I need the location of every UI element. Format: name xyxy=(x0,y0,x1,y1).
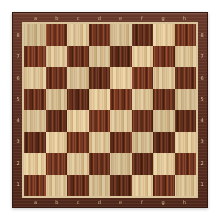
square-d1[interactable] xyxy=(89,175,111,197)
square-f7[interactable] xyxy=(132,46,154,68)
square-b1[interactable] xyxy=(46,175,68,197)
square-f3[interactable] xyxy=(132,132,154,154)
square-c8[interactable] xyxy=(67,24,89,46)
square-a2[interactable] xyxy=(24,153,46,175)
file-label: h xyxy=(174,197,195,207)
file-label: g xyxy=(153,197,174,207)
square-e4[interactable] xyxy=(110,110,132,132)
rank-label: 6 xyxy=(197,68,207,89)
rank-label: 5 xyxy=(197,89,207,110)
square-g6[interactable] xyxy=(153,67,175,89)
board-playfield xyxy=(22,22,198,198)
square-h6[interactable] xyxy=(175,67,197,89)
square-d2[interactable] xyxy=(89,153,111,175)
square-b6[interactable] xyxy=(46,67,68,89)
file-labels-bottom: abcdefgh xyxy=(25,197,195,207)
square-h2[interactable] xyxy=(175,153,197,175)
square-h5[interactable] xyxy=(175,89,197,111)
square-h3[interactable] xyxy=(175,132,197,154)
square-f5[interactable] xyxy=(132,89,154,111)
board-squares xyxy=(24,24,196,196)
square-b5[interactable] xyxy=(46,89,68,111)
square-b3[interactable] xyxy=(46,132,68,154)
square-g8[interactable] xyxy=(153,24,175,46)
square-h8[interactable] xyxy=(175,24,197,46)
square-b4[interactable] xyxy=(46,110,68,132)
square-c1[interactable] xyxy=(67,175,89,197)
file-label: b xyxy=(46,197,67,207)
square-e7[interactable] xyxy=(110,46,132,68)
square-c5[interactable] xyxy=(67,89,89,111)
file-label: c xyxy=(68,197,89,207)
square-f6[interactable] xyxy=(132,67,154,89)
square-g1[interactable] xyxy=(153,175,175,197)
file-label: d xyxy=(89,197,110,207)
square-d8[interactable] xyxy=(89,24,111,46)
square-a7[interactable] xyxy=(24,46,46,68)
square-c2[interactable] xyxy=(67,153,89,175)
square-d4[interactable] xyxy=(89,110,111,132)
square-b8[interactable] xyxy=(46,24,68,46)
square-e8[interactable] xyxy=(110,24,132,46)
square-e6[interactable] xyxy=(110,67,132,89)
square-b2[interactable] xyxy=(46,153,68,175)
square-d7[interactable] xyxy=(89,46,111,68)
square-d3[interactable] xyxy=(89,132,111,154)
square-c7[interactable] xyxy=(67,46,89,68)
square-c4[interactable] xyxy=(67,110,89,132)
square-f4[interactable] xyxy=(132,110,154,132)
square-e5[interactable] xyxy=(110,89,132,111)
square-g4[interactable] xyxy=(153,110,175,132)
file-label: a xyxy=(25,197,46,207)
square-e2[interactable] xyxy=(110,153,132,175)
square-a1[interactable] xyxy=(24,175,46,197)
square-d6[interactable] xyxy=(89,67,111,89)
square-c3[interactable] xyxy=(67,132,89,154)
chessboard: abcdefgh abcdefgh 87654321 87654321 xyxy=(12,12,208,208)
rank-labels-right: 87654321 xyxy=(197,25,207,195)
square-g7[interactable] xyxy=(153,46,175,68)
file-label: f xyxy=(131,197,152,207)
square-h4[interactable] xyxy=(175,110,197,132)
square-e1[interactable] xyxy=(110,175,132,197)
square-g5[interactable] xyxy=(153,89,175,111)
rank-label: 3 xyxy=(197,131,207,152)
rank-label: 8 xyxy=(197,25,207,46)
rank-label: 2 xyxy=(197,153,207,174)
square-f8[interactable] xyxy=(132,24,154,46)
square-a3[interactable] xyxy=(24,132,46,154)
square-h7[interactable] xyxy=(175,46,197,68)
rank-label: 1 xyxy=(197,174,207,195)
file-label: e xyxy=(110,197,131,207)
square-f1[interactable] xyxy=(132,175,154,197)
rank-label: 7 xyxy=(197,46,207,67)
square-g3[interactable] xyxy=(153,132,175,154)
square-c6[interactable] xyxy=(67,67,89,89)
square-e3[interactable] xyxy=(110,132,132,154)
square-a5[interactable] xyxy=(24,89,46,111)
rank-label: 4 xyxy=(197,110,207,131)
square-a8[interactable] xyxy=(24,24,46,46)
square-a6[interactable] xyxy=(24,67,46,89)
square-h1[interactable] xyxy=(175,175,197,197)
square-f2[interactable] xyxy=(132,153,154,175)
square-d5[interactable] xyxy=(89,89,111,111)
square-b7[interactable] xyxy=(46,46,68,68)
square-a4[interactable] xyxy=(24,110,46,132)
square-g2[interactable] xyxy=(153,153,175,175)
page-background: abcdefgh abcdefgh 87654321 87654321 xyxy=(0,0,220,220)
